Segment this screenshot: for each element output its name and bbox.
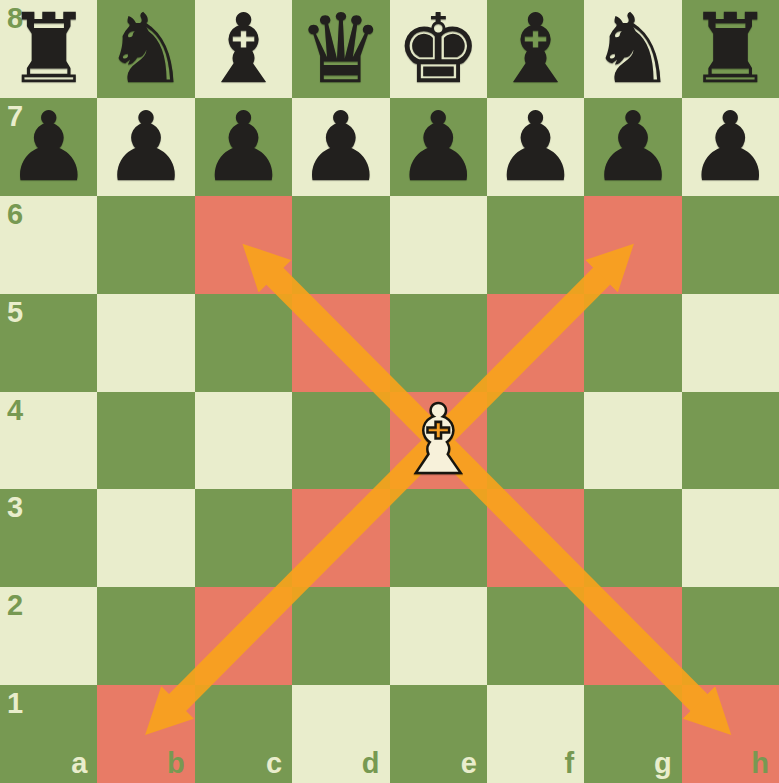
rank-label-4: 4 [7, 394, 23, 427]
square-f2[interactable] [487, 587, 584, 685]
square-b2[interactable] [97, 587, 194, 685]
black-bishop-c8[interactable]: ♝ [195, 0, 292, 98]
square-g7[interactable]: ♟ [584, 98, 681, 196]
square-e6[interactable] [390, 196, 487, 294]
square-f1[interactable]: f [487, 685, 584, 783]
square-d6[interactable] [292, 196, 389, 294]
square-f5[interactable] [487, 294, 584, 392]
rank-label-1: 1 [7, 687, 23, 720]
square-c3[interactable] [195, 489, 292, 587]
square-c4[interactable] [195, 392, 292, 490]
file-label-d: d [362, 748, 380, 780]
file-label-e: e [461, 748, 477, 780]
square-d7[interactable]: ♟ [292, 98, 389, 196]
square-g2[interactable] [584, 587, 681, 685]
square-b6[interactable] [97, 196, 194, 294]
square-a6[interactable]: 6 [0, 196, 97, 294]
square-c6[interactable] [195, 196, 292, 294]
square-e8[interactable]: ♚ [390, 0, 487, 98]
black-pawn-h7[interactable]: ♟ [682, 98, 779, 196]
square-g4[interactable] [584, 392, 681, 490]
black-pawn-a7[interactable]: ♟ [0, 98, 97, 196]
black-pawn-d7[interactable]: ♟ [292, 98, 389, 196]
square-c2[interactable] [195, 587, 292, 685]
file-label-h: h [751, 748, 769, 780]
square-a7[interactable]: 7♟ [0, 98, 97, 196]
square-d3[interactable] [292, 489, 389, 587]
square-a8[interactable]: 8♜ [0, 0, 97, 98]
square-h8[interactable]: ♜ [682, 0, 779, 98]
file-label-b: b [167, 748, 185, 780]
square-b7[interactable]: ♟ [97, 98, 194, 196]
square-a5[interactable]: 5 [0, 294, 97, 392]
square-g8[interactable]: ♞ [584, 0, 681, 98]
black-rook-a8[interactable]: ♜ [0, 0, 97, 98]
square-f7[interactable]: ♟ [487, 98, 584, 196]
square-b3[interactable] [97, 489, 194, 587]
square-h3[interactable] [682, 489, 779, 587]
black-king-e8[interactable]: ♚ [390, 0, 487, 98]
square-c1[interactable]: c [195, 685, 292, 783]
square-e5[interactable] [390, 294, 487, 392]
rank-label-3: 3 [7, 491, 23, 524]
square-f4[interactable] [487, 392, 584, 490]
square-c7[interactable]: ♟ [195, 98, 292, 196]
black-pawn-b7[interactable]: ♟ [97, 98, 194, 196]
square-f6[interactable] [487, 196, 584, 294]
black-bishop-f8[interactable]: ♝ [487, 0, 584, 98]
black-knight-b8[interactable]: ♞ [97, 0, 194, 98]
file-label-c: c [266, 748, 282, 780]
square-h5[interactable] [682, 294, 779, 392]
file-label-f: f [565, 748, 575, 780]
square-g1[interactable]: g [584, 685, 681, 783]
square-e3[interactable] [390, 489, 487, 587]
square-d5[interactable] [292, 294, 389, 392]
rank-label-5: 5 [7, 296, 23, 329]
square-e4[interactable]: ♝ [390, 392, 487, 490]
black-pawn-c7[interactable]: ♟ [195, 98, 292, 196]
square-a1[interactable]: 1a [0, 685, 97, 783]
square-b1[interactable]: b [97, 685, 194, 783]
square-d2[interactable] [292, 587, 389, 685]
black-knight-g8[interactable]: ♞ [584, 0, 681, 98]
chess-diagram: 8♜♞♝♛♚♝♞♜7♟♟♟♟♟♟♟♟654♝321abcdefgh [0, 0, 779, 783]
square-g6[interactable] [584, 196, 681, 294]
rank-label-2: 2 [7, 589, 23, 622]
square-f8[interactable]: ♝ [487, 0, 584, 98]
square-h2[interactable] [682, 587, 779, 685]
square-h6[interactable] [682, 196, 779, 294]
chess-board: 8♜♞♝♛♚♝♞♜7♟♟♟♟♟♟♟♟654♝321abcdefgh [0, 0, 779, 783]
black-queen-d8[interactable]: ♛ [292, 0, 389, 98]
square-e2[interactable] [390, 587, 487, 685]
black-rook-h8[interactable]: ♜ [682, 0, 779, 98]
black-pawn-g7[interactable]: ♟ [584, 98, 681, 196]
black-pawn-f7[interactable]: ♟ [487, 98, 584, 196]
square-d4[interactable] [292, 392, 389, 490]
square-f3[interactable] [487, 489, 584, 587]
square-d1[interactable]: d [292, 685, 389, 783]
square-c5[interactable] [195, 294, 292, 392]
black-pawn-e7[interactable]: ♟ [390, 98, 487, 196]
square-a4[interactable]: 4 [0, 392, 97, 490]
square-a2[interactable]: 2 [0, 587, 97, 685]
square-c8[interactable]: ♝ [195, 0, 292, 98]
file-label-a: a [71, 748, 87, 780]
square-g3[interactable] [584, 489, 681, 587]
square-e1[interactable]: e [390, 685, 487, 783]
square-b8[interactable]: ♞ [97, 0, 194, 98]
square-a3[interactable]: 3 [0, 489, 97, 587]
square-g5[interactable] [584, 294, 681, 392]
square-h1[interactable]: h [682, 685, 779, 783]
square-d8[interactable]: ♛ [292, 0, 389, 98]
file-label-g: g [654, 748, 672, 780]
white-bishop-e4[interactable]: ♝ [390, 392, 487, 490]
square-h7[interactable]: ♟ [682, 98, 779, 196]
square-h4[interactable] [682, 392, 779, 490]
square-b5[interactable] [97, 294, 194, 392]
square-b4[interactable] [97, 392, 194, 490]
square-e7[interactable]: ♟ [390, 98, 487, 196]
